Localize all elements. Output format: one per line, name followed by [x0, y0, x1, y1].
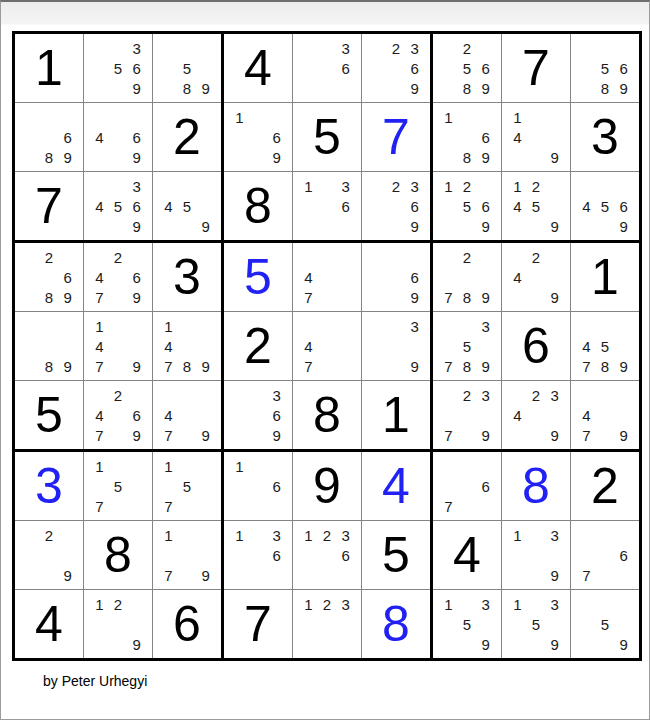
pencil-mark-slot-8 [596, 634, 615, 654]
pencil-mark-slot-5 [249, 545, 268, 565]
pencil-mark-slot-9: 9 [127, 78, 146, 98]
pencil-mark-slot-7: 7 [90, 496, 109, 516]
pencil-mark-slot-8 [249, 425, 268, 445]
cell-r4c5[interactable]: 47 [293, 243, 361, 311]
pencil-mark-slot-2 [458, 456, 477, 476]
pencil-mark-slot-2 [249, 385, 268, 405]
pencil-marks: 4569 [571, 172, 639, 240]
pencil-mark-slot-2 [596, 525, 615, 545]
cell-r7c9[interactable]: 2 [571, 452, 639, 520]
pencil-mark-slot-5: 5 [178, 58, 197, 78]
pencil-mark-slot-3 [196, 456, 215, 476]
pencil-mark-slot-8 [387, 216, 406, 236]
pencil-mark-slot-8: 8 [458, 147, 477, 167]
cell-r7c7[interactable]: 67 [433, 452, 501, 520]
pencil-mark-slot-5 [40, 336, 59, 356]
pencil-mark-slot-3: 3 [405, 176, 424, 196]
cell-r1c1[interactable]: 1 [15, 34, 83, 102]
pencil-mark-slot-9: 9 [476, 634, 495, 654]
pencil-mark-slot-7: 7 [299, 287, 318, 307]
pencil-mark-slot-2: 2 [458, 247, 477, 267]
pencil-mark-slot-2: 2 [40, 247, 59, 267]
box-4: 268924679389147914789524679479 [15, 243, 221, 449]
pencil-marks: 2379 [433, 381, 501, 449]
pencil-mark-slot-6 [405, 336, 424, 356]
cell-r5c2[interactable]: 1479 [84, 312, 152, 380]
solved-digit: 5 [224, 243, 292, 311]
pencil-mark-slot-3 [196, 38, 215, 58]
pencil-mark-slot-8 [40, 565, 59, 585]
pencil-mark-slot-2: 2 [458, 176, 477, 196]
cell-r4c3[interactable]: 3 [153, 243, 221, 311]
cell-r9c6[interactable]: 8 [362, 590, 430, 658]
pencil-mark-slot-4 [439, 614, 458, 634]
pencil-mark-slot-4 [299, 545, 318, 565]
box-9: 67824139671359135959 [433, 452, 639, 658]
cell-r7c2[interactable]: 157 [84, 452, 152, 520]
pencil-mark-slot-2: 2 [40, 525, 59, 545]
pencil-mark-slot-5 [387, 196, 406, 216]
pencil-mark-slot-6: 6 [476, 476, 495, 496]
window-toolbar [1, 2, 649, 25]
pencil-marks: 157 [153, 452, 221, 520]
pencil-mark-slot-3: 3 [405, 38, 424, 58]
pencil-marks: 3569 [84, 34, 152, 102]
cell-r9c2[interactable]: 129 [84, 590, 152, 658]
sudoku-board: 1356958968946927345694594362369169578136… [12, 31, 642, 661]
pencil-mark-slot-8: 8 [178, 78, 197, 98]
pencil-mark-slot-3 [476, 456, 495, 476]
pencil-mark-slot-4: 4 [508, 127, 527, 147]
pencil-mark-slot-5 [527, 545, 546, 565]
pencil-mark-slot-4 [230, 405, 249, 425]
pencil-mark-slot-7 [439, 147, 458, 167]
cell-r4c2[interactable]: 24679 [84, 243, 152, 311]
author-caption: by Peter Urhegyi [43, 673, 147, 689]
pencil-mark-slot-7 [21, 287, 40, 307]
pencil-mark-slot-5 [249, 476, 268, 496]
pencil-mark-slot-9: 9 [267, 147, 286, 167]
cell-r4c8[interactable]: 249 [502, 243, 570, 311]
cell-r6c2[interactable]: 24679 [84, 381, 152, 449]
cell-r3c1[interactable]: 7 [15, 172, 83, 240]
pencil-mark-slot-7 [439, 216, 458, 236]
pencil-marks: 479 [153, 381, 221, 449]
cell-r3c4[interactable]: 8 [224, 172, 292, 240]
pencil-mark-slot-6 [545, 545, 564, 565]
pencil-mark-slot-6 [545, 196, 564, 216]
pencil-mark-slot-1 [439, 247, 458, 267]
cell-r8c8[interactable]: 139 [502, 521, 570, 589]
pencil-mark-slot-4 [299, 58, 318, 78]
cell-r1c5[interactable]: 36 [293, 34, 361, 102]
pencil-mark-slot-8: 8 [40, 147, 59, 167]
pencil-marks: 1479 [84, 312, 152, 380]
pencil-mark-slot-2 [527, 594, 546, 614]
pencil-mark-slot-7 [368, 78, 387, 98]
pencil-mark-slot-7 [508, 425, 527, 445]
pencil-mark-slot-3 [614, 176, 633, 196]
pencil-mark-slot-8 [318, 634, 337, 654]
pencil-mark-slot-8 [109, 496, 128, 516]
pencil-mark-slot-1 [577, 385, 596, 405]
pencil-mark-slot-1: 1 [159, 456, 178, 476]
solved-digit: 3 [15, 452, 83, 520]
pencil-mark-slot-7 [508, 216, 527, 236]
cell-r3c2[interactable]: 34569 [84, 172, 152, 240]
pencil-marks: 2369 [362, 34, 430, 102]
cell-r5c8[interactable]: 6 [502, 312, 570, 380]
pencil-mark-slot-2 [527, 525, 546, 545]
cell-r3c6[interactable]: 2369 [362, 172, 430, 240]
cell-r9c4[interactable]: 7 [224, 590, 292, 658]
pencil-mark-slot-1: 1 [90, 316, 109, 336]
pencil-mark-slot-1 [439, 456, 458, 476]
cell-r8c5[interactable]: 1236 [293, 521, 361, 589]
pencil-mark-slot-2 [596, 176, 615, 196]
pencil-mark-slot-1: 1 [230, 107, 249, 127]
cell-r5c6[interactable]: 39 [362, 312, 430, 380]
pencil-mark-slot-6 [127, 476, 146, 496]
pencil-mark-slot-5: 5 [527, 196, 546, 216]
cell-r6c9[interactable]: 479 [571, 381, 639, 449]
pencil-mark-slot-9: 9 [476, 216, 495, 236]
cell-r6c7[interactable]: 2379 [433, 381, 501, 449]
cell-r4c7[interactable]: 2789 [433, 243, 501, 311]
pencil-marks: 2689 [15, 243, 83, 311]
pencil-mark-slot-1: 1 [439, 176, 458, 196]
pencil-mark-slot-4 [368, 336, 387, 356]
pencil-mark-slot-5 [458, 267, 477, 287]
pencil-mark-slot-8: 8 [458, 287, 477, 307]
pencil-mark-slot-5 [249, 127, 268, 147]
pencil-mark-slot-7: 7 [90, 425, 109, 445]
pencil-mark-slot-5 [458, 405, 477, 425]
given-digit: 1 [571, 243, 639, 311]
pencil-mark-slot-7: 7 [90, 287, 109, 307]
given-digit: 3 [153, 243, 221, 311]
pencil-mark-slot-7: 7 [577, 425, 596, 445]
pencil-mark-slot-7 [299, 216, 318, 236]
cell-r9c7[interactable]: 1359 [433, 590, 501, 658]
pencil-marks: 169 [224, 103, 292, 171]
pencil-mark-slot-9 [336, 356, 355, 376]
cell-r7c1[interactable]: 3 [15, 452, 83, 520]
pencil-mark-slot-2 [387, 247, 406, 267]
cell-r3c9[interactable]: 4569 [571, 172, 639, 240]
pencil-mark-slot-3 [196, 525, 215, 545]
pencil-marks: 14789 [153, 312, 221, 380]
pencil-mark-slot-9: 9 [127, 425, 146, 445]
pencil-mark-slot-2 [596, 594, 615, 614]
cell-r1c3[interactable]: 589 [153, 34, 221, 102]
cell-r2c7[interactable]: 1689 [433, 103, 501, 171]
cell-r5c3[interactable]: 14789 [153, 312, 221, 380]
pencil-mark-slot-1 [368, 176, 387, 196]
pencil-mark-slot-3 [127, 107, 146, 127]
pencil-mark-slot-7 [508, 565, 527, 585]
pencil-mark-slot-2 [458, 107, 477, 127]
pencil-mark-slot-2 [109, 316, 128, 336]
pencil-mark-slot-2: 2 [109, 247, 128, 267]
pencil-mark-slot-9 [127, 496, 146, 516]
pencil-marks: 139 [502, 521, 570, 589]
pencil-mark-slot-7 [299, 78, 318, 98]
pencil-mark-slot-3: 3 [336, 525, 355, 545]
pencil-mark-slot-9: 9 [196, 78, 215, 98]
pencil-mark-slot-4: 4 [90, 336, 109, 356]
cell-r2c2[interactable]: 469 [84, 103, 152, 171]
pencil-mark-slot-8 [527, 287, 546, 307]
cell-r8c9[interactable]: 67 [571, 521, 639, 589]
cell-r1c6[interactable]: 2369 [362, 34, 430, 102]
cell-r5c1[interactable]: 89 [15, 312, 83, 380]
pencil-marks: 24679 [84, 243, 152, 311]
cell-r9c5[interactable]: 123 [293, 590, 361, 658]
cell-r6c6[interactable]: 1 [362, 381, 430, 449]
box-6: 278924913578964578923792349479 [433, 243, 639, 449]
cell-r3c5[interactable]: 136 [293, 172, 361, 240]
pencil-mark-slot-2 [109, 38, 128, 58]
pencil-mark-slot-2 [178, 176, 197, 196]
cell-r2c9[interactable]: 3 [571, 103, 639, 171]
cell-r1c8[interactable]: 7 [502, 34, 570, 102]
pencil-mark-slot-7 [508, 147, 527, 167]
pencil-marks: 2369 [362, 172, 430, 240]
pencil-mark-slot-9: 9 [476, 78, 495, 98]
pencil-mark-slot-4 [508, 614, 527, 634]
cell-r6c3[interactable]: 479 [153, 381, 221, 449]
cell-r6c4[interactable]: 369 [224, 381, 292, 449]
pencil-mark-slot-2: 2 [109, 385, 128, 405]
pencil-mark-slot-2 [249, 107, 268, 127]
pencil-mark-slot-8 [178, 565, 197, 585]
pencil-mark-slot-9: 9 [476, 147, 495, 167]
pencil-mark-slot-3 [58, 107, 77, 127]
cell-r6c1[interactable]: 5 [15, 381, 83, 449]
pencil-mark-slot-3: 3 [336, 594, 355, 614]
pencil-marks: 469 [84, 103, 152, 171]
pencil-mark-slot-9 [336, 565, 355, 585]
pencil-mark-slot-1 [439, 316, 458, 336]
pencil-mark-slot-3 [196, 316, 215, 336]
cell-r1c4[interactable]: 4 [224, 34, 292, 102]
pencil-mark-slot-8 [109, 216, 128, 236]
pencil-mark-slot-3: 3 [336, 176, 355, 196]
pencil-mark-slot-6: 6 [336, 545, 355, 565]
pencil-marks: 369 [224, 381, 292, 449]
pencil-mark-slot-7 [508, 287, 527, 307]
cell-r4c1[interactable]: 2689 [15, 243, 83, 311]
given-digit: 2 [224, 312, 292, 380]
cell-r4c4[interactable]: 5 [224, 243, 292, 311]
given-digit: 1 [362, 381, 430, 449]
cell-r7c6[interactable]: 4 [362, 452, 430, 520]
cell-r8c2[interactable]: 8 [84, 521, 152, 589]
pencil-mark-slot-4 [230, 476, 249, 496]
cell-r4c6[interactable]: 69 [362, 243, 430, 311]
pencil-mark-slot-2 [178, 456, 197, 476]
pencil-mark-slot-6: 6 [58, 267, 77, 287]
pencil-mark-slot-1 [90, 176, 109, 196]
cell-r5c9[interactable]: 45789 [571, 312, 639, 380]
pencil-marks: 179 [153, 521, 221, 589]
pencil-mark-slot-4 [159, 545, 178, 565]
cell-r2c5[interactable]: 5 [293, 103, 361, 171]
cell-r2c3[interactable]: 2 [153, 103, 221, 171]
cell-r3c7[interactable]: 12569 [433, 172, 501, 240]
cell-r6c8[interactable]: 2349 [502, 381, 570, 449]
cell-r7c3[interactable]: 157 [153, 452, 221, 520]
pencil-mark-slot-7: 7 [299, 356, 318, 376]
pencil-mark-slot-4 [90, 614, 109, 634]
cell-r5c7[interactable]: 35789 [433, 312, 501, 380]
pencil-marks: 59 [571, 590, 639, 658]
pencil-mark-slot-7 [508, 634, 527, 654]
pencil-mark-slot-1: 1 [299, 594, 318, 614]
pencil-mark-slot-3 [614, 594, 633, 614]
pencil-mark-slot-1 [508, 385, 527, 405]
pencil-marks: 2789 [433, 243, 501, 311]
pencil-mark-slot-8 [527, 565, 546, 585]
pencil-mark-slot-4 [577, 58, 596, 78]
pencil-marks: 123 [293, 590, 361, 658]
pencil-mark-slot-5: 5 [596, 614, 615, 634]
pencil-mark-slot-2 [596, 385, 615, 405]
cell-r2c6[interactable]: 7 [362, 103, 430, 171]
given-digit: 9 [293, 452, 361, 520]
pencil-mark-slot-2 [249, 525, 268, 545]
pencil-mark-slot-1 [159, 385, 178, 405]
pencil-mark-slot-3: 3 [476, 316, 495, 336]
cell-r9c3[interactable]: 6 [153, 590, 221, 658]
pencil-mark-slot-1 [90, 247, 109, 267]
pencil-mark-slot-8 [178, 496, 197, 516]
given-digit: 5 [293, 103, 361, 171]
pencil-marks: 35789 [433, 312, 501, 380]
cell-r7c5[interactable]: 9 [293, 452, 361, 520]
pencil-mark-slot-1 [90, 38, 109, 58]
pencil-mark-slot-6: 6 [614, 58, 633, 78]
cell-r2c8[interactable]: 149 [502, 103, 570, 171]
pencil-mark-slot-5: 5 [527, 614, 546, 634]
pencil-mark-slot-3: 3 [545, 385, 564, 405]
pencil-mark-slot-7 [368, 216, 387, 236]
pencil-mark-slot-3 [267, 456, 286, 476]
cell-r7c4[interactable]: 16 [224, 452, 292, 520]
given-digit: 6 [502, 312, 570, 380]
pencil-mark-slot-6: 6 [476, 196, 495, 216]
given-digit: 5 [15, 381, 83, 449]
cell-r8c6[interactable]: 5 [362, 521, 430, 589]
pencil-mark-slot-3: 3 [127, 38, 146, 58]
pencil-marks: 47 [293, 243, 361, 311]
cell-r3c3[interactable]: 459 [153, 172, 221, 240]
pencil-mark-slot-7: 7 [159, 496, 178, 516]
pencil-mark-slot-7 [230, 496, 249, 516]
cell-r6c5[interactable]: 8 [293, 381, 361, 449]
pencil-mark-slot-6 [58, 545, 77, 565]
pencil-mark-slot-1 [508, 247, 527, 267]
pencil-mark-slot-3: 3 [476, 385, 495, 405]
pencil-mark-slot-1: 1 [508, 594, 527, 614]
pencil-marks: 29 [15, 521, 83, 589]
pencil-mark-slot-6 [196, 405, 215, 425]
pencil-mark-slot-5 [178, 545, 197, 565]
pencil-mark-slot-1: 1 [90, 456, 109, 476]
pencil-mark-slot-7 [577, 78, 596, 98]
pencil-mark-slot-8 [109, 356, 128, 376]
solved-digit: 8 [502, 452, 570, 520]
pencil-mark-slot-1 [299, 247, 318, 267]
cell-r8c4[interactable]: 136 [224, 521, 292, 589]
pencil-mark-slot-4: 4 [577, 196, 596, 216]
cell-r8c1[interactable]: 29 [15, 521, 83, 589]
pencil-mark-slot-4: 4 [159, 405, 178, 425]
cell-r8c7[interactable]: 4 [433, 521, 501, 589]
pencil-mark-slot-3 [267, 107, 286, 127]
box-2: 43623691695781362369 [224, 34, 430, 240]
pencil-mark-slot-3 [614, 316, 633, 336]
pencil-mark-slot-6: 6 [127, 405, 146, 425]
solved-digit: 4 [362, 452, 430, 520]
pencil-mark-slot-6 [336, 614, 355, 634]
pencil-mark-slot-4 [230, 545, 249, 565]
cell-r9c8[interactable]: 1359 [502, 590, 570, 658]
cell-r5c4[interactable]: 2 [224, 312, 292, 380]
pencil-mark-slot-8 [458, 634, 477, 654]
pencil-mark-slot-3 [336, 316, 355, 336]
cell-r1c2[interactable]: 3569 [84, 34, 152, 102]
pencil-mark-slot-1: 1 [159, 525, 178, 545]
pencil-mark-slot-8 [527, 634, 546, 654]
pencil-mark-slot-5 [387, 58, 406, 78]
pencil-mark-slot-6: 6 [58, 127, 77, 147]
solved-digit: 7 [362, 103, 430, 171]
pencil-mark-slot-8: 8 [458, 356, 477, 376]
cell-r4c9[interactable]: 1 [571, 243, 639, 311]
cell-r8c3[interactable]: 179 [153, 521, 221, 589]
pencil-marks: 589 [153, 34, 221, 102]
pencil-mark-slot-2 [178, 316, 197, 336]
cell-r7c8[interactable]: 8 [502, 452, 570, 520]
cell-r3c8[interactable]: 12459 [502, 172, 570, 240]
pencil-mark-slot-3 [545, 247, 564, 267]
pencil-mark-slot-2 [109, 107, 128, 127]
pencil-mark-slot-5 [318, 336, 337, 356]
pencil-mark-slot-9: 9 [405, 78, 424, 98]
pencil-mark-slot-6 [614, 405, 633, 425]
pencil-marks: 1689 [433, 103, 501, 171]
cell-r9c1[interactable]: 4 [15, 590, 83, 658]
pencil-mark-slot-6 [614, 336, 633, 356]
pencil-mark-slot-9: 9 [405, 216, 424, 236]
pencil-mark-slot-3 [476, 107, 495, 127]
cell-r2c4[interactable]: 169 [224, 103, 292, 171]
pencil-mark-slot-9: 9 [405, 287, 424, 307]
pencil-mark-slot-7: 7 [577, 356, 596, 376]
cell-r5c5[interactable]: 47 [293, 312, 361, 380]
cell-r9c9[interactable]: 59 [571, 590, 639, 658]
pencil-mark-slot-5: 5 [596, 336, 615, 356]
pencil-mark-slot-4: 4 [508, 267, 527, 287]
pencil-mark-slot-5 [178, 336, 197, 356]
cell-r1c7[interactable]: 25689 [433, 34, 501, 102]
cell-r1c9[interactable]: 5689 [571, 34, 639, 102]
pencil-mark-slot-3 [545, 176, 564, 196]
pencil-mark-slot-6: 6 [405, 267, 424, 287]
cell-r2c1[interactable]: 689 [15, 103, 83, 171]
